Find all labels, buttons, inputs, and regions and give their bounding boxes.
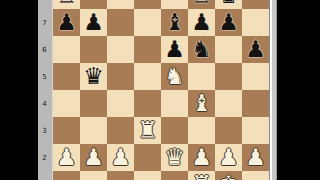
square-e4[interactable] — [161, 90, 188, 117]
piece-white-pawn[interactable]: ♟ — [188, 144, 215, 171]
square-g3[interactable] — [215, 117, 242, 144]
square-f8[interactable]: ♜ — [188, 0, 215, 9]
square-b4[interactable] — [80, 90, 107, 117]
piece-white-rook[interactable]: ♜ — [134, 117, 161, 144]
square-d8[interactable] — [134, 0, 161, 9]
rank-label-8: 8 — [38, 0, 51, 9]
rank-label-4: 4 — [38, 90, 51, 117]
square-g6[interactable] — [215, 36, 242, 63]
chess-board[interactable]: ♜♜♚♟♟♝♟♟♟♞♟♛♞♝♜♟♟♟♛♟♟♟♜♚ — [53, 0, 269, 180]
square-h2[interactable]: ♟ — [242, 144, 269, 171]
piece-black-pawn[interactable]: ♟ — [188, 9, 215, 36]
square-c1[interactable] — [107, 171, 134, 180]
rank-label-7: 7 — [38, 9, 51, 36]
piece-white-pawn[interactable]: ♟ — [215, 144, 242, 171]
piece-black-rook[interactable]: ♜ — [188, 0, 215, 9]
piece-black-queen[interactable]: ♛ — [80, 63, 107, 90]
square-g5[interactable] — [215, 63, 242, 90]
piece-black-rook[interactable]: ♜ — [53, 0, 80, 9]
piece-black-knight[interactable]: ♞ — [188, 36, 215, 63]
piece-white-rook[interactable]: ♜ — [188, 171, 215, 180]
square-a7[interactable]: ♟ — [53, 9, 80, 36]
piece-black-pawn[interactable]: ♟ — [242, 36, 269, 63]
square-f7[interactable]: ♟ — [188, 9, 215, 36]
square-h3[interactable] — [242, 117, 269, 144]
piece-white-king[interactable]: ♚ — [215, 171, 242, 180]
square-d1[interactable] — [134, 171, 161, 180]
square-d3[interactable]: ♜ — [134, 117, 161, 144]
square-a1[interactable] — [53, 171, 80, 180]
rank-label-2: 2 — [38, 144, 51, 171]
square-a5[interactable] — [53, 63, 80, 90]
square-g7[interactable]: ♟ — [215, 9, 242, 36]
square-c7[interactable] — [107, 9, 134, 36]
square-c6[interactable] — [107, 36, 134, 63]
square-d2[interactable] — [134, 144, 161, 171]
piece-black-pawn[interactable]: ♟ — [80, 9, 107, 36]
square-c4[interactable] — [107, 90, 134, 117]
square-f1[interactable]: ♜ — [188, 171, 215, 180]
piece-white-pawn[interactable]: ♟ — [80, 144, 107, 171]
square-a2[interactable]: ♟ — [53, 144, 80, 171]
square-g8[interactable]: ♚ — [215, 0, 242, 9]
square-h4[interactable] — [242, 90, 269, 117]
square-a8[interactable]: ♜ — [53, 0, 80, 9]
piece-white-bishop[interactable]: ♝ — [188, 90, 215, 117]
square-g2[interactable]: ♟ — [215, 144, 242, 171]
square-f3[interactable] — [188, 117, 215, 144]
letterbox-left — [0, 0, 38, 180]
square-h8[interactable] — [242, 0, 269, 9]
piece-black-pawn[interactable]: ♟ — [53, 9, 80, 36]
scrollbar[interactable] — [269, 0, 277, 180]
square-a6[interactable] — [53, 36, 80, 63]
square-f5[interactable] — [188, 63, 215, 90]
square-c8[interactable] — [107, 0, 134, 9]
square-h1[interactable] — [242, 171, 269, 180]
letterbox-right — [277, 0, 320, 180]
piece-white-queen[interactable]: ♛ — [161, 144, 188, 171]
square-b6[interactable] — [80, 36, 107, 63]
square-b1[interactable] — [80, 171, 107, 180]
square-d6[interactable] — [134, 36, 161, 63]
square-d7[interactable] — [134, 9, 161, 36]
square-c2[interactable]: ♟ — [107, 144, 134, 171]
piece-white-knight[interactable]: ♞ — [161, 63, 188, 90]
piece-white-pawn[interactable]: ♟ — [242, 144, 269, 171]
video-frame: 87654321 ♜♜♚♟♟♝♟♟♟♞♟♛♞♝♜♟♟♟♛♟♟♟♜♚ — [0, 0, 320, 180]
square-g4[interactable] — [215, 90, 242, 117]
square-e6[interactable]: ♟ — [161, 36, 188, 63]
square-b7[interactable]: ♟ — [80, 9, 107, 36]
piece-black-pawn[interactable]: ♟ — [161, 36, 188, 63]
piece-black-king[interactable]: ♚ — [215, 0, 242, 9]
piece-white-pawn[interactable]: ♟ — [107, 144, 134, 171]
square-e1[interactable] — [161, 171, 188, 180]
rank-label-6: 6 — [38, 36, 51, 63]
square-b8[interactable] — [80, 0, 107, 9]
square-h5[interactable] — [242, 63, 269, 90]
square-c3[interactable] — [107, 117, 134, 144]
square-f2[interactable]: ♟ — [188, 144, 215, 171]
square-d5[interactable] — [134, 63, 161, 90]
square-e3[interactable] — [161, 117, 188, 144]
piece-white-pawn[interactable]: ♟ — [53, 144, 80, 171]
square-c5[interactable] — [107, 63, 134, 90]
square-f6[interactable]: ♞ — [188, 36, 215, 63]
square-e7[interactable]: ♝ — [161, 9, 188, 36]
square-b3[interactable] — [80, 117, 107, 144]
rank-label-strip: 87654321 — [38, 0, 53, 180]
square-b2[interactable]: ♟ — [80, 144, 107, 171]
rank-label-3: 3 — [38, 117, 51, 144]
square-e5[interactable]: ♞ — [161, 63, 188, 90]
square-f4[interactable]: ♝ — [188, 90, 215, 117]
square-g1[interactable]: ♚ — [215, 171, 242, 180]
rank-label-1: 1 — [38, 171, 51, 180]
square-h6[interactable]: ♟ — [242, 36, 269, 63]
rank-label-5: 5 — [38, 63, 51, 90]
piece-black-pawn[interactable]: ♟ — [215, 9, 242, 36]
square-a3[interactable] — [53, 117, 80, 144]
square-b5[interactable]: ♛ — [80, 63, 107, 90]
square-d4[interactable] — [134, 90, 161, 117]
square-e8[interactable] — [161, 0, 188, 9]
square-a4[interactable] — [53, 90, 80, 117]
piece-black-bishop[interactable]: ♝ — [161, 9, 188, 36]
square-e2[interactable]: ♛ — [161, 144, 188, 171]
square-h7[interactable] — [242, 9, 269, 36]
